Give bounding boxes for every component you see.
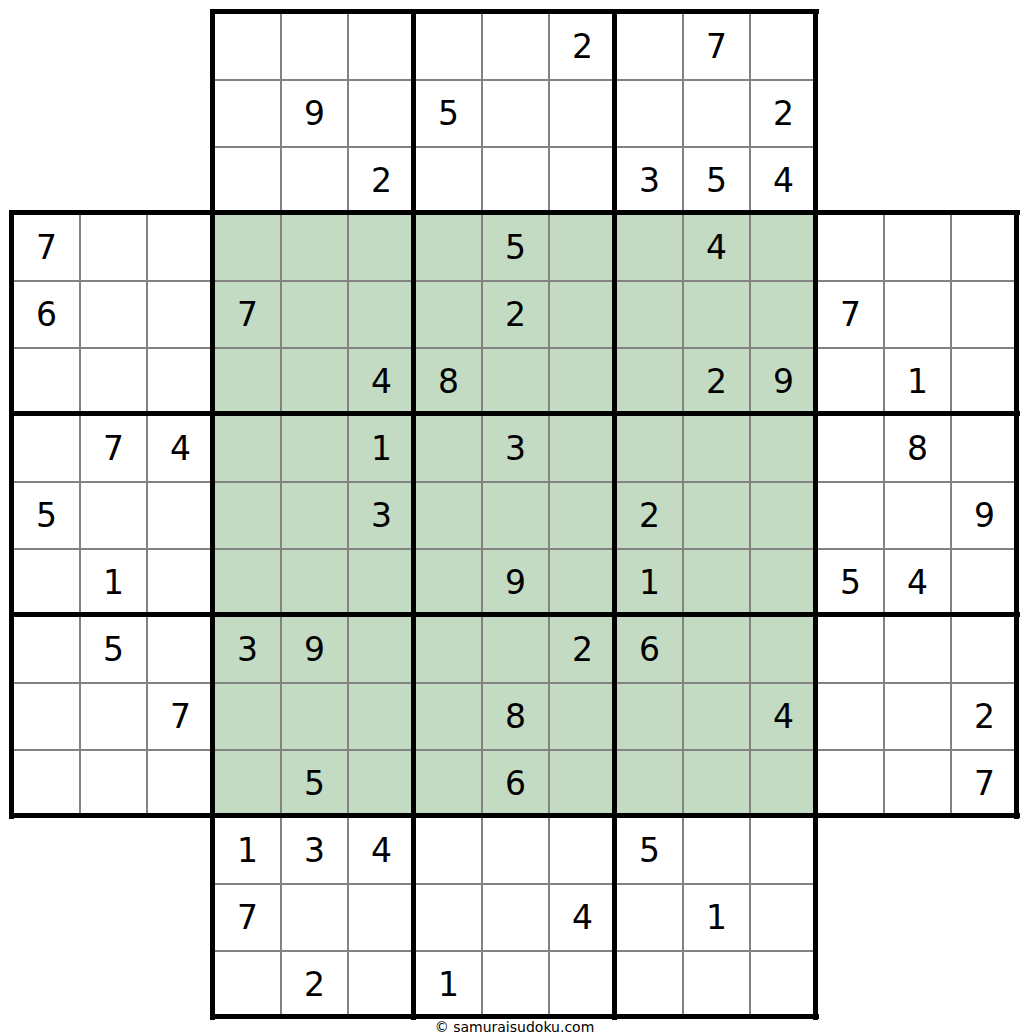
- cell-r7-c2[interactable]: 7: [79, 414, 146, 481]
- cell-r6-c10[interactable]: [615, 347, 682, 414]
- thick-border-h1: [9, 210, 1020, 215]
- cell-r6-c8[interactable]: [481, 347, 548, 414]
- cell-r6-c6[interactable]: 4: [347, 347, 414, 414]
- cell-r4-c1[interactable]: 7: [12, 213, 79, 280]
- cell-r6-c4[interactable]: [213, 347, 280, 414]
- cell-r8-c11[interactable]: [682, 481, 749, 548]
- cell-r9-c6[interactable]: [347, 548, 414, 615]
- outside-cell: [12, 950, 79, 1017]
- cell-r3-c7[interactable]: [414, 146, 481, 213]
- outside-cell: [950, 79, 1017, 146]
- outside-cell: [883, 816, 950, 883]
- cell-r9-c8[interactable]: 9: [481, 548, 548, 615]
- cell-r15-c12[interactable]: [749, 950, 816, 1017]
- cell-r8-c9[interactable]: [548, 481, 615, 548]
- outside-cell: [12, 12, 79, 79]
- cell-r5-c2[interactable]: [79, 280, 146, 347]
- cell-r14-c9[interactable]: 4: [548, 883, 615, 950]
- cell-r11-c2[interactable]: [79, 682, 146, 749]
- cell-r3-c9[interactable]: [548, 146, 615, 213]
- thick-border-v2: [411, 9, 416, 1020]
- cell-r4-c10[interactable]: [615, 213, 682, 280]
- thick-border-v4: [813, 9, 818, 1020]
- cell-r2-c6[interactable]: [347, 79, 414, 146]
- cell-r8-c2[interactable]: [79, 481, 146, 548]
- outside-cell: [12, 79, 79, 146]
- cell-r5-c12[interactable]: [749, 280, 816, 347]
- outside-cell: [12, 146, 79, 213]
- thick-border-h0: [210, 9, 819, 14]
- cell-r5-c6[interactable]: [347, 280, 414, 347]
- cell-r3-c11[interactable]: 5: [682, 146, 749, 213]
- cell-r10-c15[interactable]: [950, 615, 1017, 682]
- cell-r13-c4[interactable]: 1: [213, 816, 280, 883]
- cell-r4-c4[interactable]: [213, 213, 280, 280]
- cell-r6-c9[interactable]: [548, 347, 615, 414]
- cell-r5-c14[interactable]: [883, 280, 950, 347]
- cell-r7-c10[interactable]: [615, 414, 682, 481]
- thick-border-v1: [210, 9, 215, 1020]
- cell-r8-c14[interactable]: [883, 481, 950, 548]
- cell-r8-c4[interactable]: [213, 481, 280, 548]
- cell-r14-c5[interactable]: [280, 883, 347, 950]
- cell-r14-c12[interactable]: [749, 883, 816, 950]
- cell-r9-c11[interactable]: [682, 548, 749, 615]
- outside-cell: [146, 79, 213, 146]
- cell-r9-c3[interactable]: [146, 548, 213, 615]
- cell-r6-c12[interactable]: 9: [749, 347, 816, 414]
- cell-r2-c9[interactable]: [548, 79, 615, 146]
- cell-r4-c3[interactable]: [146, 213, 213, 280]
- cell-r5-c8[interactable]: 2: [481, 280, 548, 347]
- cell-r3-c6[interactable]: 2: [347, 146, 414, 213]
- cell-r7-c13[interactable]: [816, 414, 883, 481]
- cell-r10-c3[interactable]: [146, 615, 213, 682]
- cell-r7-c4[interactable]: [213, 414, 280, 481]
- cell-r5-c3[interactable]: [146, 280, 213, 347]
- cell-r4-c12[interactable]: [749, 213, 816, 280]
- cell-r14-c10[interactable]: [615, 883, 682, 950]
- cell-r7-c3[interactable]: 4: [146, 414, 213, 481]
- cell-r4-c14[interactable]: [883, 213, 950, 280]
- cell-r13-c12[interactable]: [749, 816, 816, 883]
- cell-r11-c9[interactable]: [548, 682, 615, 749]
- cell-r15-c6[interactable]: [347, 950, 414, 1017]
- cell-r10-c8[interactable]: [481, 615, 548, 682]
- cell-r1-c8[interactable]: [481, 12, 548, 79]
- cell-r15-c8[interactable]: [481, 950, 548, 1017]
- cell-r9-c1[interactable]: [12, 548, 79, 615]
- cell-r10-c2[interactable]: 5: [79, 615, 146, 682]
- cell-r3-c4[interactable]: [213, 146, 280, 213]
- cell-r12-c9[interactable]: [548, 749, 615, 816]
- cell-r10-c9[interactable]: 2: [548, 615, 615, 682]
- cell-r11-c11[interactable]: [682, 682, 749, 749]
- cell-r6-c15[interactable]: [950, 347, 1017, 414]
- outside-cell: [883, 79, 950, 146]
- cell-r5-c4[interactable]: 7: [213, 280, 280, 347]
- cell-r5-c1[interactable]: 6: [12, 280, 79, 347]
- outside-cell: [816, 816, 883, 883]
- outside-cell: [950, 950, 1017, 1017]
- thick-border-v3: [612, 9, 617, 1020]
- cell-r9-c10[interactable]: 1: [615, 548, 682, 615]
- cell-r3-c12[interactable]: 4: [749, 146, 816, 213]
- outside-cell: [146, 816, 213, 883]
- cell-r14-c8[interactable]: [481, 883, 548, 950]
- cell-r12-c2[interactable]: [79, 749, 146, 816]
- cell-r11-c10[interactable]: [615, 682, 682, 749]
- cell-r1-c4[interactable]: [213, 12, 280, 79]
- outside-cell: [146, 146, 213, 213]
- cell-r15-c10[interactable]: [615, 950, 682, 1017]
- outside-cell: [146, 950, 213, 1017]
- cell-r2-c10[interactable]: [615, 79, 682, 146]
- cell-r8-c12[interactable]: [749, 481, 816, 548]
- cell-r15-c7[interactable]: 1: [414, 950, 481, 1017]
- cell-r15-c4[interactable]: [213, 950, 280, 1017]
- outside-cell: [816, 79, 883, 146]
- cell-r2-c4[interactable]: [213, 79, 280, 146]
- cell-r12-c10[interactable]: [615, 749, 682, 816]
- outside-cell: [950, 816, 1017, 883]
- cell-r9-c15[interactable]: [950, 548, 1017, 615]
- outside-cell: [883, 12, 950, 79]
- cell-r11-c8[interactable]: 8: [481, 682, 548, 749]
- cell-r14-c4[interactable]: 7: [213, 883, 280, 950]
- cell-r6-c14[interactable]: 1: [883, 347, 950, 414]
- cell-r5-c5[interactable]: [280, 280, 347, 347]
- cell-r1-c12[interactable]: [749, 12, 816, 79]
- cell-r9-c2[interactable]: 1: [79, 548, 146, 615]
- cell-r12-c14[interactable]: [883, 749, 950, 816]
- cell-r4-c13[interactable]: [816, 213, 883, 280]
- cell-r8-c5[interactable]: [280, 481, 347, 548]
- outside-cell: [950, 12, 1017, 79]
- cell-r7-c6[interactable]: 1: [347, 414, 414, 481]
- cell-r4-c7[interactable]: [414, 213, 481, 280]
- cell-r3-c10[interactable]: 3: [615, 146, 682, 213]
- cell-r7-c9[interactable]: [548, 414, 615, 481]
- cell-r8-c7[interactable]: [414, 481, 481, 548]
- outside-cell: [816, 12, 883, 79]
- cell-r8-c15[interactable]: 9: [950, 481, 1017, 548]
- cell-r10-c10[interactable]: 6: [615, 615, 682, 682]
- cell-r10-c5[interactable]: 9: [280, 615, 347, 682]
- cell-r9-c5[interactable]: [280, 548, 347, 615]
- cell-r2-c12[interactable]: 2: [749, 79, 816, 146]
- cell-r8-c10[interactable]: 2: [615, 481, 682, 548]
- cell-r11-c15[interactable]: 2: [950, 682, 1017, 749]
- cell-r14-c6[interactable]: [347, 883, 414, 950]
- cell-r14-c11[interactable]: 1: [682, 883, 749, 950]
- outside-cell: [79, 146, 146, 213]
- cell-r5-c9[interactable]: [548, 280, 615, 347]
- cell-r3-c8[interactable]: [481, 146, 548, 213]
- cell-r13-c7[interactable]: [414, 816, 481, 883]
- cell-r7-c12[interactable]: [749, 414, 816, 481]
- cell-r9-c14[interactable]: 4: [883, 548, 950, 615]
- outside-cell: [883, 883, 950, 950]
- cell-r1-c9[interactable]: 2: [548, 12, 615, 79]
- cell-r10-c4[interactable]: 3: [213, 615, 280, 682]
- outside-cell: [816, 146, 883, 213]
- cell-r1-c5[interactable]: [280, 12, 347, 79]
- cell-r8-c3[interactable]: [146, 481, 213, 548]
- cell-r12-c1[interactable]: [12, 749, 79, 816]
- cell-r1-c7[interactable]: [414, 12, 481, 79]
- outside-cell: [79, 12, 146, 79]
- cell-r5-c10[interactable]: [615, 280, 682, 347]
- cell-r11-c4[interactable]: [213, 682, 280, 749]
- cell-r9-c9[interactable]: [548, 548, 615, 615]
- cell-r7-c1[interactable]: [12, 414, 79, 481]
- cell-r13-c10[interactable]: 5: [615, 816, 682, 883]
- outside-cell: [146, 883, 213, 950]
- cell-r10-c7[interactable]: [414, 615, 481, 682]
- cell-r12-c4[interactable]: [213, 749, 280, 816]
- watermark-text: © samuraisudoku.com: [12, 1019, 1017, 1035]
- cell-r12-c7[interactable]: [414, 749, 481, 816]
- cell-r12-c13[interactable]: [816, 749, 883, 816]
- cell-r12-c6[interactable]: [347, 749, 414, 816]
- cell-r9-c4[interactable]: [213, 548, 280, 615]
- cell-r2-c5[interactable]: 9: [280, 79, 347, 146]
- cell-r6-c11[interactable]: 2: [682, 347, 749, 414]
- board: 2795223547546727482917413853291915453926…: [12, 12, 1017, 1017]
- cell-r15-c9[interactable]: [548, 950, 615, 1017]
- cell-r6-c7[interactable]: 8: [414, 347, 481, 414]
- cell-r15-c5[interactable]: 2: [280, 950, 347, 1017]
- cell-r3-c5[interactable]: [280, 146, 347, 213]
- cell-r2-c7[interactable]: 5: [414, 79, 481, 146]
- cell-r12-c8[interactable]: 6: [481, 749, 548, 816]
- cell-r11-c1[interactable]: [12, 682, 79, 749]
- cell-r6-c3[interactable]: [146, 347, 213, 414]
- cell-r9-c7[interactable]: [414, 548, 481, 615]
- outside-cell: [816, 883, 883, 950]
- thick-border-h2: [9, 411, 1020, 416]
- cell-r8-c1[interactable]: 5: [12, 481, 79, 548]
- outside-cell: [12, 816, 79, 883]
- cell-r11-c6[interactable]: [347, 682, 414, 749]
- cell-r4-c5[interactable]: [280, 213, 347, 280]
- outside-cell: [79, 816, 146, 883]
- outside-cell: [950, 146, 1017, 213]
- thick-border-v0: [9, 210, 14, 819]
- cell-r4-c11[interactable]: 4: [682, 213, 749, 280]
- cell-r11-c7[interactable]: [414, 682, 481, 749]
- outside-cell: [883, 146, 950, 213]
- cell-r7-c7[interactable]: [414, 414, 481, 481]
- cell-r11-c3[interactable]: 7: [146, 682, 213, 749]
- cell-r8-c6[interactable]: 3: [347, 481, 414, 548]
- outside-cell: [883, 950, 950, 1017]
- cell-r5-c13[interactable]: 7: [816, 280, 883, 347]
- thick-border-h5: [210, 1014, 819, 1019]
- cell-r12-c12[interactable]: [749, 749, 816, 816]
- cell-r1-c6[interactable]: [347, 12, 414, 79]
- cell-r9-c12[interactable]: [749, 548, 816, 615]
- cell-r13-c6[interactable]: 4: [347, 816, 414, 883]
- outside-cell: [146, 12, 213, 79]
- cell-r6-c2[interactable]: [79, 347, 146, 414]
- cell-r14-c7[interactable]: [414, 883, 481, 950]
- thick-border-h3: [9, 612, 1020, 617]
- cell-r4-c8[interactable]: 5: [481, 213, 548, 280]
- cell-r10-c14[interactable]: [883, 615, 950, 682]
- outside-cell: [79, 79, 146, 146]
- cell-r11-c5[interactable]: [280, 682, 347, 749]
- cell-r7-c11[interactable]: [682, 414, 749, 481]
- outside-cell: [79, 950, 146, 1017]
- cell-r6-c13[interactable]: [816, 347, 883, 414]
- cell-r11-c13[interactable]: [816, 682, 883, 749]
- outside-cell: [816, 950, 883, 1017]
- cell-r13-c9[interactable]: [548, 816, 615, 883]
- cell-r7-c15[interactable]: [950, 414, 1017, 481]
- cell-r5-c11[interactable]: [682, 280, 749, 347]
- cell-r8-c8[interactable]: [481, 481, 548, 548]
- cell-r12-c3[interactable]: [146, 749, 213, 816]
- cell-r12-c15[interactable]: 7: [950, 749, 1017, 816]
- outside-cell: [79, 883, 146, 950]
- outside-cell: [950, 883, 1017, 950]
- cell-r1-c10[interactable]: [615, 12, 682, 79]
- outside-cell: [12, 883, 79, 950]
- cell-r8-c13[interactable]: [816, 481, 883, 548]
- board-grid: 2795223547546727482917413853291915453926…: [12, 12, 1017, 1017]
- cell-r4-c6[interactable]: [347, 213, 414, 280]
- cell-r7-c14[interactable]: 8: [883, 414, 950, 481]
- cell-r6-c1[interactable]: [12, 347, 79, 414]
- cell-r10-c13[interactable]: [816, 615, 883, 682]
- cell-r11-c12[interactable]: 4: [749, 682, 816, 749]
- cell-r13-c11[interactable]: [682, 816, 749, 883]
- cell-r12-c5[interactable]: 5: [280, 749, 347, 816]
- cell-r7-c8[interactable]: 3: [481, 414, 548, 481]
- cell-r6-c5[interactable]: [280, 347, 347, 414]
- cell-r7-c5[interactable]: [280, 414, 347, 481]
- cell-r2-c8[interactable]: [481, 79, 548, 146]
- thick-border-v5: [1014, 210, 1019, 819]
- cell-r4-c2[interactable]: [79, 213, 146, 280]
- cell-r2-c11[interactable]: [682, 79, 749, 146]
- cell-r11-c14[interactable]: [883, 682, 950, 749]
- cell-r4-c15[interactable]: [950, 213, 1017, 280]
- cell-r5-c15[interactable]: [950, 280, 1017, 347]
- cell-r4-c9[interactable]: [548, 213, 615, 280]
- cell-r10-c1[interactable]: [12, 615, 79, 682]
- cell-r13-c5[interactable]: 3: [280, 816, 347, 883]
- cell-r5-c7[interactable]: [414, 280, 481, 347]
- cell-r10-c12[interactable]: [749, 615, 816, 682]
- cell-r10-c6[interactable]: [347, 615, 414, 682]
- cell-r12-c11[interactable]: [682, 749, 749, 816]
- thick-border-h4: [9, 813, 1020, 818]
- cell-r10-c11[interactable]: [682, 615, 749, 682]
- cell-r1-c11[interactable]: 7: [682, 12, 749, 79]
- cell-r15-c11[interactable]: [682, 950, 749, 1017]
- cell-r13-c8[interactable]: [481, 816, 548, 883]
- cell-r9-c13[interactable]: 5: [816, 548, 883, 615]
